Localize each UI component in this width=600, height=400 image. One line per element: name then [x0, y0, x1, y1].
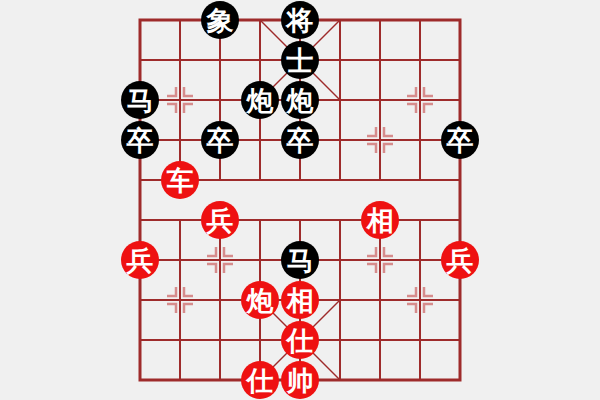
- pieces-layer: 象将士马炮炮卒卒卒卒车兵相兵马兵炮相仕仕帅: [120, 0, 480, 400]
- piece-red-cannon[interactable]: 炮: [241, 281, 279, 319]
- piece-black-pawn[interactable]: 卒: [281, 121, 319, 159]
- xiangqi-board[interactable]: 象将士马炮炮卒卒卒卒车兵相兵马兵炮相仕仕帅: [120, 0, 480, 400]
- piece-black-general[interactable]: 将: [281, 1, 319, 39]
- piece-black-advisor[interactable]: 士: [281, 41, 319, 79]
- piece-red-pawn[interactable]: 兵: [201, 201, 239, 239]
- piece-red-pawn[interactable]: 兵: [121, 241, 159, 279]
- piece-black-elephant[interactable]: 象: [201, 1, 239, 39]
- piece-red-advisor[interactable]: 仕: [241, 361, 279, 399]
- xiangqi-app-screen: 象将士马炮炮卒卒卒卒车兵相兵马兵炮相仕仕帅: [0, 0, 600, 400]
- piece-black-horse[interactable]: 马: [281, 241, 319, 279]
- piece-black-pawn[interactable]: 卒: [121, 121, 159, 159]
- piece-red-elephant[interactable]: 相: [281, 281, 319, 319]
- piece-black-pawn[interactable]: 卒: [441, 121, 479, 159]
- piece-black-cannon[interactable]: 炮: [281, 81, 319, 119]
- piece-red-general[interactable]: 帅: [281, 361, 319, 399]
- piece-black-pawn[interactable]: 卒: [201, 121, 239, 159]
- piece-red-advisor[interactable]: 仕: [281, 321, 319, 359]
- piece-red-elephant[interactable]: 相: [361, 201, 399, 239]
- piece-black-cannon[interactable]: 炮: [241, 81, 279, 119]
- piece-red-chariot[interactable]: 车: [161, 161, 199, 199]
- piece-black-horse[interactable]: 马: [121, 81, 159, 119]
- piece-red-pawn[interactable]: 兵: [441, 241, 479, 279]
